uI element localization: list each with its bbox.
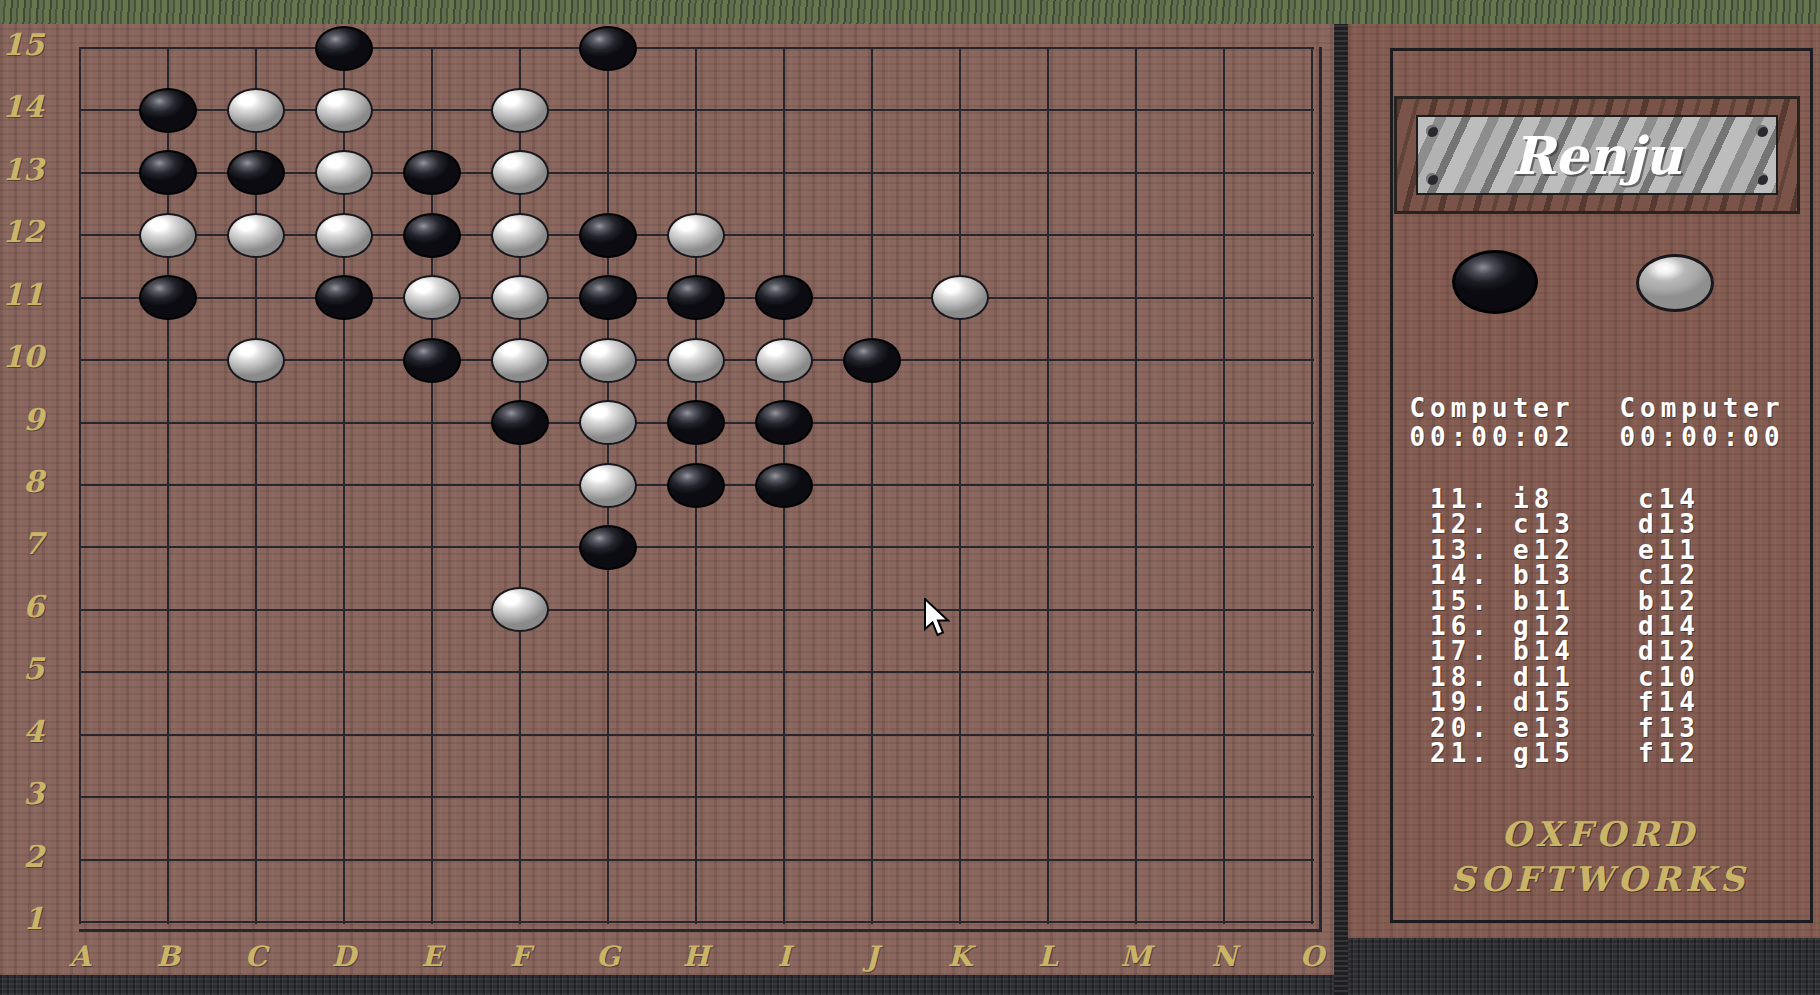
row-label-4: 4: [0, 716, 44, 748]
white-player-clock: Computer 00:00:00: [1597, 394, 1807, 452]
title-plaque: Renju: [1394, 96, 1800, 214]
row-label-3: 3: [0, 778, 44, 810]
rivet-icon: [1426, 125, 1438, 137]
black-move: d11: [1513, 665, 1575, 690]
grid-line: [79, 796, 1314, 798]
black-player-time: 00:00:02: [1387, 423, 1597, 452]
move-number: 12.: [1392, 512, 1492, 537]
column-label-I: I: [762, 941, 806, 973]
move-row-21: 21.g15f12: [1392, 741, 1812, 766]
white-move: f14: [1638, 690, 1700, 715]
column-label-F: F: [498, 941, 542, 973]
grid-line: [79, 546, 1314, 548]
rivet-icon: [1426, 173, 1438, 185]
row-label-5: 5: [0, 653, 44, 685]
row-label-10: 10: [0, 341, 44, 373]
stone-c14: [227, 88, 285, 133]
grid-line: [79, 921, 1314, 923]
stone-b11: [139, 275, 197, 320]
move-number: 20.: [1392, 716, 1492, 741]
grid-line: [79, 609, 1314, 611]
black-move: g12: [1513, 614, 1575, 639]
stone-e12: [403, 213, 461, 258]
board-panel-divider: [1334, 24, 1348, 995]
stone-g10: [579, 338, 637, 383]
white-move: d13: [1638, 512, 1700, 537]
move-row-14: 14.b13c12: [1392, 563, 1812, 588]
stone-g15: [579, 26, 637, 71]
grid-line: [79, 929, 1322, 932]
stone-g7: [579, 525, 637, 570]
stone-f14: [491, 88, 549, 133]
black-move: c13: [1513, 512, 1575, 537]
black-move: b13: [1513, 563, 1575, 588]
move-row-19: 19.d15f14: [1392, 690, 1812, 715]
stone-i8: [755, 463, 813, 508]
rivet-icon: [1756, 125, 1768, 137]
row-label-13: 13: [0, 154, 44, 186]
stone-f11: [491, 275, 549, 320]
row-label-14: 14: [0, 91, 44, 123]
column-label-K: K: [938, 941, 982, 973]
stone-c10: [227, 338, 285, 383]
move-row-17: 17.b14d12: [1392, 639, 1812, 664]
stone-g11: [579, 275, 637, 320]
column-label-H: H: [674, 941, 718, 973]
black-player-stone-icon: [1452, 250, 1538, 314]
row-label-12: 12: [0, 216, 44, 248]
row-label-8: 8: [0, 466, 44, 498]
title-plaque-plate: Renju: [1416, 115, 1778, 195]
white-move: d12: [1638, 639, 1700, 664]
column-label-E: E: [410, 941, 454, 973]
move-number: 15.: [1392, 589, 1492, 614]
white-move: c14: [1638, 487, 1700, 512]
stone-h10: [667, 338, 725, 383]
move-number: 21.: [1392, 741, 1492, 766]
column-label-N: N: [1202, 941, 1246, 973]
grid-line: [79, 47, 1314, 49]
stone-i10: [755, 338, 813, 383]
stone-h9: [667, 400, 725, 445]
stone-d12: [315, 213, 373, 258]
stone-b12: [139, 213, 197, 258]
grid-line: [79, 671, 1314, 673]
white-move: e11: [1638, 538, 1700, 563]
column-label-O: O: [1290, 941, 1334, 973]
move-list: 11.i8c1412.c13d1313.e12e1114.b13c1215.b1…: [1392, 487, 1812, 766]
column-label-G: G: [586, 941, 630, 973]
row-label-7: 7: [0, 528, 44, 560]
white-player-stone-icon: [1636, 254, 1714, 312]
grid-line: [79, 859, 1314, 861]
black-player-name: Computer: [1387, 394, 1597, 423]
white-move: f13: [1638, 716, 1700, 741]
stone-d11: [315, 275, 373, 320]
publisher-logo: OXFORD SOFTWORKS: [1390, 812, 1810, 902]
black-move: d15: [1513, 690, 1575, 715]
move-row-12: 12.c13d13: [1392, 512, 1812, 537]
black-move: e13: [1513, 716, 1575, 741]
grid-line: [79, 734, 1314, 736]
publisher-line1: OXFORD: [1390, 812, 1810, 857]
stone-f12: [491, 213, 549, 258]
stone-h11: [667, 275, 725, 320]
row-label-11: 11: [0, 279, 44, 311]
stone-f9: [491, 400, 549, 445]
move-number: 14.: [1392, 563, 1492, 588]
stone-g9: [579, 400, 637, 445]
row-label-6: 6: [0, 591, 44, 623]
white-player-name: Computer: [1597, 394, 1807, 423]
stone-e10: [403, 338, 461, 383]
move-number: 11.: [1392, 487, 1492, 512]
move-number: 17.: [1392, 639, 1492, 664]
stone-g12: [579, 213, 637, 258]
move-number: 19.: [1392, 690, 1492, 715]
black-move: i8: [1513, 487, 1554, 512]
stone-c12: [227, 213, 285, 258]
stone-h8: [667, 463, 725, 508]
column-label-A: A: [58, 941, 102, 973]
white-move: c10: [1638, 665, 1700, 690]
grid-line: [1319, 47, 1322, 932]
black-move: b14: [1513, 639, 1575, 664]
black-move: e12: [1513, 538, 1575, 563]
white-player-time: 00:00:00: [1597, 423, 1807, 452]
publisher-line2: SOFTWORKS: [1390, 857, 1810, 902]
stone-b14: [139, 88, 197, 133]
white-move: c12: [1638, 563, 1700, 588]
top-texture-strip: [0, 0, 1820, 24]
rivet-icon: [1756, 173, 1768, 185]
column-label-C: C: [234, 941, 278, 973]
stone-f10: [491, 338, 549, 383]
board-background: [0, 24, 1334, 975]
stone-h12: [667, 213, 725, 258]
stone-j10: [843, 338, 901, 383]
stone-i11: [755, 275, 813, 320]
black-player-clock: Computer 00:00:02: [1387, 394, 1597, 452]
move-number: 16.: [1392, 614, 1492, 639]
column-label-J: J: [850, 941, 894, 973]
move-number: 18.: [1392, 665, 1492, 690]
white-move: d14: [1638, 614, 1700, 639]
row-label-2: 2: [0, 841, 44, 873]
row-label-1: 1: [0, 903, 44, 935]
black-move: b11: [1513, 589, 1575, 614]
stone-e11: [403, 275, 461, 320]
column-label-D: D: [322, 941, 366, 973]
stone-g8: [579, 463, 637, 508]
renju-app-window: 151413121110987654321ABCDEFGHIJKLMNO Ren…: [0, 0, 1820, 995]
stone-k11: [931, 275, 989, 320]
white-move: f12: [1638, 741, 1700, 766]
black-move: g15: [1513, 741, 1575, 766]
stone-i9: [755, 400, 813, 445]
row-label-15: 15: [0, 29, 44, 61]
column-label-M: M: [1114, 941, 1158, 973]
page-title: Renju: [1512, 125, 1683, 186]
column-label-B: B: [146, 941, 190, 973]
column-label-L: L: [1026, 941, 1070, 973]
stone-d15: [315, 26, 373, 71]
row-label-9: 9: [0, 404, 44, 436]
white-move: b12: [1638, 589, 1700, 614]
move-number: 13.: [1392, 538, 1492, 563]
mouse-cursor: [924, 598, 952, 644]
stone-d14: [315, 88, 373, 133]
